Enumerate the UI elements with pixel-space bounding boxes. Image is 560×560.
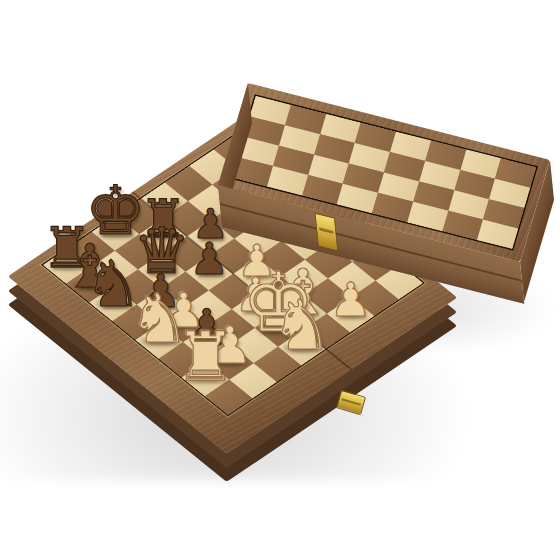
box-brass-clasp[interactable]	[315, 213, 339, 252]
white-pawn-glyph: ♟	[329, 276, 371, 323]
board-brass-clasp[interactable]	[336, 390, 366, 415]
white-rook-glyph: ♜	[175, 323, 236, 391]
white-knight-glyph: ♞	[271, 291, 333, 360]
chess-set-product-photo: ♚♜♟♜♛♟♟♝♞♟♟♝♟♟♚♞♟♞♟♜	[0, 0, 560, 560]
black-pawn-glyph: ♟	[190, 237, 229, 281]
